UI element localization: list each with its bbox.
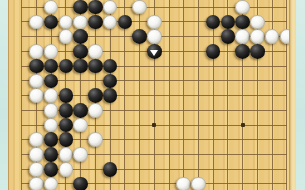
white-stone: [73, 147, 88, 162]
go-board[interactable]: [8, 0, 296, 190]
black-stone: [29, 59, 44, 74]
black-stone: [88, 0, 103, 14]
black-stone: [250, 44, 265, 59]
black-stone: [44, 162, 59, 177]
black-stone: [206, 44, 221, 59]
black-stone: [73, 59, 88, 74]
black-stone: [132, 29, 147, 44]
white-stone: [44, 88, 59, 103]
black-stone: [59, 118, 74, 133]
white-stone: [44, 0, 59, 14]
white-stone: [29, 177, 44, 190]
black-stone: [73, 44, 88, 59]
black-stone: [88, 59, 103, 74]
white-stone: [176, 177, 191, 190]
black-stone: [235, 44, 250, 59]
white-stone: [29, 88, 44, 103]
white-stone: [29, 132, 44, 147]
white-stone: [44, 118, 59, 133]
white-stone: [29, 147, 44, 162]
black-stone: [44, 74, 59, 89]
black-stone: [73, 0, 88, 14]
grid-hline: [21, 80, 287, 81]
black-stone: [235, 15, 250, 30]
black-stone: [221, 15, 236, 30]
black-stone: [118, 15, 133, 30]
white-stone: [235, 0, 250, 14]
black-stone: [59, 103, 74, 118]
star-point: [241, 123, 245, 127]
white-stone: [29, 15, 44, 30]
white-stone: [29, 162, 44, 177]
white-stone: [44, 44, 59, 59]
black-stone: [73, 29, 88, 44]
white-stone: [132, 0, 147, 14]
white-stone: [29, 74, 44, 89]
white-stone: [250, 15, 265, 30]
board-edge-bevel: [289, 0, 296, 190]
white-stone: [59, 147, 74, 162]
white-stone: [235, 29, 250, 44]
white-stone: [44, 103, 59, 118]
white-stone: [73, 118, 88, 133]
white-stone: [147, 15, 162, 30]
white-stone: [265, 29, 280, 44]
white-stone: [59, 29, 74, 44]
star-point: [152, 123, 156, 127]
white-stone: [191, 177, 206, 190]
grid-hline: [21, 183, 287, 184]
black-stone: [221, 29, 236, 44]
white-stone: [88, 132, 103, 147]
black-stone: [44, 147, 59, 162]
last-move-marker: [150, 50, 158, 56]
black-stone: [103, 88, 118, 103]
white-stone: [103, 0, 118, 14]
black-stone: [73, 103, 88, 118]
black-stone: [73, 177, 88, 190]
black-stone: [59, 88, 74, 103]
white-stone: [29, 44, 44, 59]
black-stone: [103, 59, 118, 74]
black-stone: [88, 88, 103, 103]
black-stone: [206, 15, 221, 30]
black-stone: [147, 44, 162, 59]
white-stone: [147, 29, 162, 44]
white-stone: [250, 29, 265, 44]
go-app-screen: [0, 0, 305, 190]
black-stone: [59, 132, 74, 147]
white-stone: [88, 44, 103, 59]
black-stone: [59, 59, 74, 74]
black-stone: [88, 15, 103, 30]
black-stone: [44, 59, 59, 74]
white-stone: [73, 15, 88, 30]
white-stone: [44, 177, 59, 190]
black-stone: [44, 132, 59, 147]
white-stone: [59, 162, 74, 177]
white-stone: [88, 103, 103, 118]
black-stone: [103, 162, 118, 177]
black-stone: [103, 74, 118, 89]
white-stone: [103, 15, 118, 30]
black-stone: [44, 15, 59, 30]
white-stone: [59, 15, 74, 30]
